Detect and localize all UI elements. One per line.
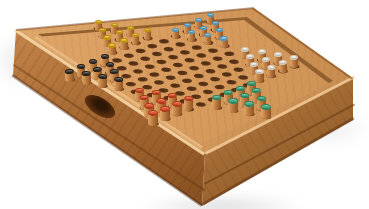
black-peg-top — [65, 68, 74, 73]
blue-peg-top — [172, 28, 179, 32]
peg-red[interactable] — [148, 110, 158, 126]
blue-peg-top — [200, 26, 207, 30]
red-peg-top — [144, 103, 154, 109]
black-peg-top — [98, 74, 107, 79]
green-peg-top — [212, 94, 221, 99]
peg-yellow[interactable] — [144, 28, 151, 40]
peg-blue[interactable] — [220, 36, 229, 48]
yellow-peg-top — [108, 42, 116, 47]
peg-white[interactable] — [290, 55, 298, 68]
peg-black[interactable] — [98, 74, 108, 88]
green-peg-top — [261, 104, 271, 110]
peg-green[interactable] — [212, 94, 222, 109]
red-peg-top — [148, 110, 158, 116]
yellow-peg-top — [99, 28, 106, 32]
red-peg-top — [139, 95, 148, 100]
peg-yellow[interactable] — [132, 33, 139, 45]
yellow-peg-top — [144, 28, 151, 32]
blue-peg-top — [184, 23, 191, 27]
peg-blue[interactable] — [188, 30, 195, 42]
black-peg-top — [89, 59, 97, 64]
peg-white[interactable] — [266, 65, 275, 78]
green-peg-top — [228, 98, 238, 104]
peg-yellow[interactable] — [120, 38, 128, 50]
red-peg-top — [156, 98, 166, 105]
peg-black[interactable] — [81, 70, 91, 84]
peg-red[interactable] — [160, 106, 170, 121]
peg-green[interactable] — [228, 98, 239, 113]
white-peg-top — [258, 49, 266, 54]
white-peg-top — [246, 54, 254, 59]
white-peg-top — [255, 69, 264, 74]
blue-peg-top — [188, 30, 195, 34]
red-peg-top — [151, 90, 160, 95]
photo-stage — [0, 0, 369, 209]
red-peg-top — [160, 106, 170, 112]
black-peg-top — [105, 62, 113, 67]
peg-blue[interactable] — [204, 33, 211, 45]
pegs-layer — [0, 0, 369, 209]
yellow-peg-top — [116, 30, 123, 34]
peg-yellow[interactable] — [108, 42, 117, 54]
peg-red[interactable] — [184, 96, 194, 111]
peg-black[interactable] — [65, 68, 74, 81]
peg-green[interactable] — [261, 104, 271, 119]
peg-black[interactable] — [114, 77, 123, 91]
peg-green[interactable] — [244, 101, 254, 116]
black-peg-top — [81, 70, 90, 75]
yellow-peg-top — [95, 20, 102, 24]
peg-red[interactable] — [172, 101, 183, 116]
white-peg-top — [267, 65, 275, 70]
peg-blue[interactable] — [172, 28, 179, 39]
peg-white[interactable] — [278, 60, 287, 73]
yellow-peg-top — [120, 38, 128, 43]
blue-peg-top — [212, 21, 219, 25]
